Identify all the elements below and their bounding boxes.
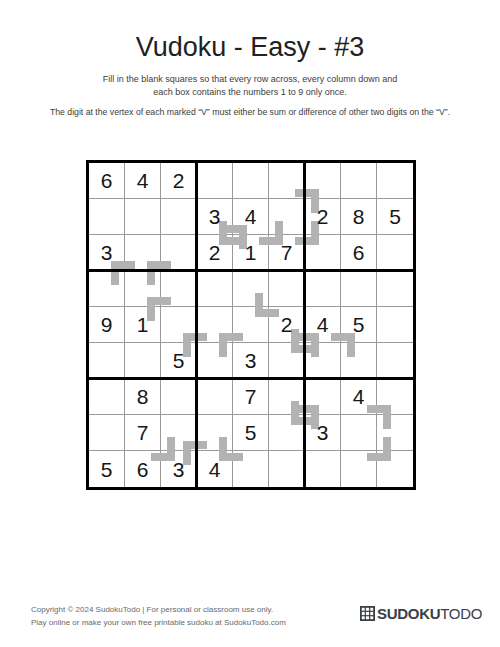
cell-r2c4[interactable]: 3 [197, 199, 233, 235]
cell-r9c9[interactable] [377, 451, 413, 487]
cell-r7c8[interactable]: 4 [341, 379, 377, 415]
cell-r6c6[interactable] [269, 343, 305, 379]
given-digit: 5 [353, 314, 365, 335]
given-digit: 5 [389, 206, 401, 227]
cell-r4c6[interactable] [269, 271, 305, 307]
cell-r7c4[interactable] [197, 379, 233, 415]
cell-r2c8[interactable]: 8 [341, 199, 377, 235]
given-digit: 4 [209, 459, 221, 480]
cell-r6c4[interactable] [197, 343, 233, 379]
cell-r5c3[interactable] [161, 307, 197, 343]
cell-r6c3[interactable]: 5 [161, 343, 197, 379]
cell-r9c7[interactable] [305, 451, 341, 487]
cell-r4c5[interactable] [233, 271, 269, 307]
cell-r1c4[interactable] [197, 163, 233, 199]
given-digit: 2 [281, 314, 293, 335]
given-digit: 8 [137, 386, 149, 407]
cell-r9c5[interactable] [233, 451, 269, 487]
given-digit: 4 [353, 386, 365, 407]
given-digit: 1 [245, 242, 257, 263]
cell-r2c1[interactable] [89, 199, 125, 235]
cell-r6c9[interactable] [377, 343, 413, 379]
given-digit: 2 [317, 206, 329, 227]
cell-r4c4[interactable] [197, 271, 233, 307]
given-digit: 1 [137, 314, 149, 335]
given-digit: 2 [209, 242, 221, 263]
cell-r6c2[interactable] [125, 343, 161, 379]
given-digit: 4 [137, 170, 149, 191]
cell-r3c4[interactable]: 2 [197, 235, 233, 271]
footer-copyright: Copyright © 2024 SudokuTodo | For person… [31, 603, 286, 629]
printable-puzzle-page: Vudoku - Easy - #3 Fill in the blank squ… [0, 0, 500, 647]
instruction-line-2: each box contains the numbers 1 to 9 onl… [0, 87, 500, 97]
cell-r1c2[interactable]: 4 [125, 163, 161, 199]
sudoku-board-frame: 642342853217691245538747535634 [86, 160, 416, 490]
logo-text-todo: TODO [440, 605, 482, 622]
cell-r5c5[interactable] [233, 307, 269, 343]
cell-r2c7[interactable]: 2 [305, 199, 341, 235]
cell-r3c5[interactable]: 1 [233, 235, 269, 271]
cell-r1c3[interactable]: 2 [161, 163, 197, 199]
given-digit: 3 [209, 206, 221, 227]
given-digit: 4 [245, 206, 257, 227]
cell-r6c5[interactable]: 3 [233, 343, 269, 379]
page-title: Vudoku - Easy - #3 [0, 32, 500, 63]
cell-r5c7[interactable]: 4 [305, 307, 341, 343]
sudokutodo-logo: SUDOKU TODO [360, 605, 482, 622]
cell-r1c9[interactable] [377, 163, 413, 199]
cell-r8c7[interactable]: 3 [305, 415, 341, 451]
cell-r8c3[interactable] [161, 415, 197, 451]
cell-r1c6[interactable] [269, 163, 305, 199]
cell-r5c6[interactable]: 2 [269, 307, 305, 343]
given-digit: 7 [245, 386, 257, 407]
cell-r3c7[interactable] [305, 235, 341, 271]
cell-r3c8[interactable]: 6 [341, 235, 377, 271]
given-digit: 3 [101, 242, 113, 263]
cell-r7c5[interactable]: 7 [233, 379, 269, 415]
cell-r5c4[interactable] [197, 307, 233, 343]
cell-r9c1[interactable]: 5 [89, 451, 125, 487]
cell-r5c2[interactable]: 1 [125, 307, 161, 343]
cell-r7c3[interactable] [161, 379, 197, 415]
given-digit: 5 [245, 422, 257, 443]
cell-r8c4[interactable] [197, 415, 233, 451]
cell-r3c6[interactable]: 7 [269, 235, 305, 271]
cell-r4c1[interactable] [89, 271, 125, 307]
cell-r1c1[interactable]: 6 [89, 163, 125, 199]
cell-r2c2[interactable] [125, 199, 161, 235]
given-digit: 2 [173, 170, 185, 191]
cell-r4c7[interactable] [305, 271, 341, 307]
cell-r6c8[interactable] [341, 343, 377, 379]
given-digit: 6 [101, 170, 113, 191]
cell-r4c3[interactable] [161, 271, 197, 307]
cell-r3c2[interactable] [125, 235, 161, 271]
cell-r2c6[interactable] [269, 199, 305, 235]
cell-r9c8[interactable] [341, 451, 377, 487]
given-digit: 6 [137, 459, 149, 480]
cell-r8c1[interactable] [89, 415, 125, 451]
cell-r8c6[interactable] [269, 415, 305, 451]
cell-r7c7[interactable] [305, 379, 341, 415]
footer-copyright-line-2: Play online or make your own free printa… [31, 616, 286, 629]
cell-r9c6[interactable] [269, 451, 305, 487]
logo-text-sudoku: SUDOKU [377, 605, 440, 622]
given-digit: 7 [281, 242, 293, 263]
cell-r9c3[interactable]: 3 [161, 451, 197, 487]
cell-r4c8[interactable] [341, 271, 377, 307]
sudoku-grid-icon [360, 606, 375, 621]
cell-r8c5[interactable]: 5 [233, 415, 269, 451]
cell-r7c2[interactable]: 8 [125, 379, 161, 415]
cell-r7c6[interactable] [269, 379, 305, 415]
given-digit: 9 [101, 314, 113, 335]
given-digit: 5 [173, 350, 185, 371]
given-digit: 7 [137, 422, 149, 443]
instruction-note: The digit at the vertex of each marked “… [0, 107, 500, 117]
cell-r3c1[interactable]: 3 [89, 235, 125, 271]
cell-r4c9[interactable] [377, 271, 413, 307]
cell-r1c8[interactable] [341, 163, 377, 199]
footer-copyright-line-1: Copyright © 2024 SudokuTodo | For person… [31, 603, 286, 616]
cell-r8c8[interactable] [341, 415, 377, 451]
cell-r5c9[interactable] [377, 307, 413, 343]
cell-r6c7[interactable] [305, 343, 341, 379]
cell-r1c5[interactable] [233, 163, 269, 199]
cell-r3c3[interactable] [161, 235, 197, 271]
sudoku-board: 642342853217691245538747535634 [89, 163, 413, 487]
given-digit: 3 [317, 422, 329, 443]
cell-r2c3[interactable] [161, 199, 197, 235]
cell-r3c9[interactable] [377, 235, 413, 271]
cell-r5c1[interactable]: 9 [89, 307, 125, 343]
cell-r9c2[interactable]: 6 [125, 451, 161, 487]
cell-r2c9[interactable]: 5 [377, 199, 413, 235]
cell-r5c8[interactable]: 5 [341, 307, 377, 343]
given-digit: 3 [173, 459, 185, 480]
given-digit: 6 [353, 242, 365, 263]
given-digit: 4 [317, 314, 329, 335]
cell-r6c1[interactable] [89, 343, 125, 379]
cell-r4c2[interactable] [125, 271, 161, 307]
cell-r7c1[interactable] [89, 379, 125, 415]
cell-r7c9[interactable] [377, 379, 413, 415]
instruction-line-1: Fill in the blank squares so that every … [0, 74, 500, 84]
given-digit: 5 [101, 459, 113, 480]
cell-r2c5[interactable]: 4 [233, 199, 269, 235]
given-digit: 3 [245, 350, 257, 371]
given-digit: 8 [353, 206, 365, 227]
cell-r8c2[interactable]: 7 [125, 415, 161, 451]
cell-r8c9[interactable] [377, 415, 413, 451]
cell-r1c7[interactable] [305, 163, 341, 199]
cell-r9c4[interactable]: 4 [197, 451, 233, 487]
